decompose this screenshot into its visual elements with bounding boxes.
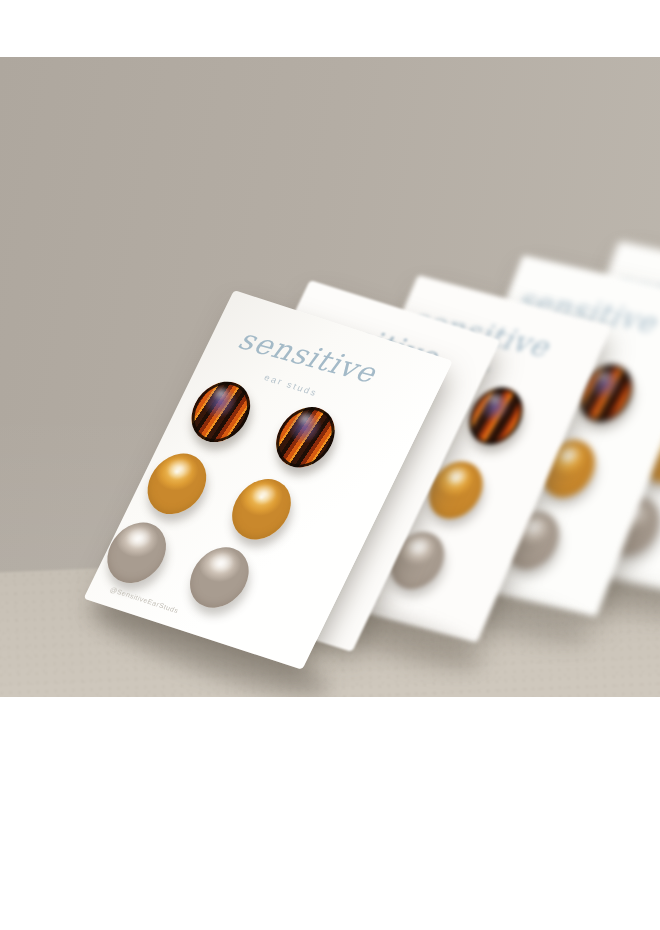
stud-amber-right	[266, 400, 346, 475]
product-photo: sensitive ear studs @SensitiveEarStuds s…	[0, 57, 660, 697]
instagram-handle-text: @SensitiveEarStuds	[109, 586, 180, 614]
page: { "scene": { "type": "product photograph…	[0, 0, 660, 930]
stud-amber-left	[181, 375, 261, 450]
stud-yellow-left	[137, 446, 217, 521]
stud-grey-right	[180, 540, 260, 615]
earring-card-1: sensitive ear studs @SensitiveEarStuds	[0, 57, 660, 697]
card-face: sensitive ear studs @SensitiveEarStuds	[83, 290, 452, 670]
stud-grey-left	[97, 515, 177, 590]
stud-yellow-right	[222, 472, 302, 547]
